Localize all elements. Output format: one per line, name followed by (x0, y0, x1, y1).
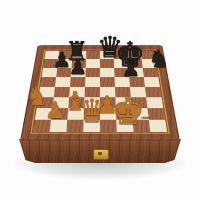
piece-black-pawn-g7[interactable]: ♟ (122, 59, 141, 80)
piece-white-queen-d2[interactable]: ♛ (78, 95, 107, 127)
piece-black-pawn-c7[interactable]: ♟ (69, 57, 88, 78)
pieces-layer: ♜♛♚♞♟♟♟♞♟♝♛♟♚ (0, 0, 200, 200)
piece-black-knight-h8[interactable]: ♞ (148, 47, 170, 71)
piece-white-king-f2[interactable]: ♚ (111, 92, 145, 130)
chess-set-photo: ♜♛♚♞♟♟♟♞♟♝♛♟♚ (0, 0, 200, 200)
piece-white-pawn-b3[interactable]: ♟ (45, 99, 66, 122)
